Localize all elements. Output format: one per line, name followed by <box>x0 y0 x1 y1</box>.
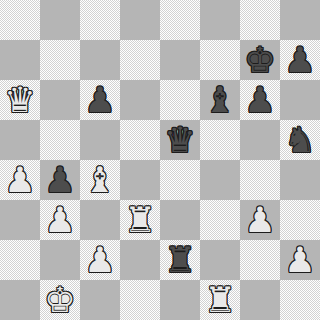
square-c4[interactable]: ♝ <box>80 160 120 200</box>
square-b1[interactable]: ♚ <box>40 280 80 320</box>
square-c2[interactable]: ♟ <box>80 240 120 280</box>
chess-board: ♚♟♛♟♝♟♛♞♟♟♝♟♜♟♟♜♟♚♜ <box>0 0 320 320</box>
square-e5[interactable]: ♛ <box>160 120 200 160</box>
piece-white-pawn[interactable]: ♟ <box>84 240 115 280</box>
square-f6[interactable]: ♝ <box>200 80 240 120</box>
piece-black-pawn[interactable]: ♟ <box>284 40 315 80</box>
square-b5[interactable] <box>40 120 80 160</box>
square-a3[interactable] <box>0 200 40 240</box>
square-d6[interactable] <box>120 80 160 120</box>
piece-white-pawn[interactable]: ♟ <box>4 160 35 200</box>
piece-white-pawn[interactable]: ♟ <box>244 200 275 240</box>
square-a4[interactable]: ♟ <box>0 160 40 200</box>
square-e8[interactable] <box>160 0 200 40</box>
square-c5[interactable] <box>80 120 120 160</box>
square-f1[interactable]: ♜ <box>200 280 240 320</box>
piece-black-bishop[interactable]: ♝ <box>204 80 235 120</box>
piece-black-pawn[interactable]: ♟ <box>44 160 75 200</box>
square-g6[interactable]: ♟ <box>240 80 280 120</box>
square-g1[interactable] <box>240 280 280 320</box>
square-b3[interactable]: ♟ <box>40 200 80 240</box>
piece-black-queen[interactable]: ♛ <box>164 120 195 160</box>
square-a1[interactable] <box>0 280 40 320</box>
square-d5[interactable] <box>120 120 160 160</box>
square-d8[interactable] <box>120 0 160 40</box>
square-f8[interactable] <box>200 0 240 40</box>
square-a7[interactable] <box>0 40 40 80</box>
square-c6[interactable]: ♟ <box>80 80 120 120</box>
piece-white-bishop[interactable]: ♝ <box>84 160 115 200</box>
square-e2[interactable]: ♜ <box>160 240 200 280</box>
square-c7[interactable] <box>80 40 120 80</box>
square-f2[interactable] <box>200 240 240 280</box>
square-f5[interactable] <box>200 120 240 160</box>
piece-white-pawn[interactable]: ♟ <box>284 240 315 280</box>
square-g2[interactable] <box>240 240 280 280</box>
piece-black-king[interactable]: ♚ <box>244 40 275 80</box>
square-g8[interactable] <box>240 0 280 40</box>
square-f7[interactable] <box>200 40 240 80</box>
square-b7[interactable] <box>40 40 80 80</box>
square-b2[interactable] <box>40 240 80 280</box>
square-g3[interactable]: ♟ <box>240 200 280 240</box>
square-h7[interactable]: ♟ <box>280 40 320 80</box>
piece-white-pawn[interactable]: ♟ <box>44 200 75 240</box>
square-g7[interactable]: ♚ <box>240 40 280 80</box>
square-b6[interactable] <box>40 80 80 120</box>
square-h5[interactable]: ♞ <box>280 120 320 160</box>
square-g5[interactable] <box>240 120 280 160</box>
square-e4[interactable] <box>160 160 200 200</box>
square-c3[interactable] <box>80 200 120 240</box>
square-e1[interactable] <box>160 280 200 320</box>
square-b8[interactable] <box>40 0 80 40</box>
square-a2[interactable] <box>0 240 40 280</box>
piece-black-knight[interactable]: ♞ <box>284 120 315 160</box>
piece-white-king[interactable]: ♚ <box>44 280 75 320</box>
square-e3[interactable] <box>160 200 200 240</box>
square-h2[interactable]: ♟ <box>280 240 320 280</box>
square-e7[interactable] <box>160 40 200 80</box>
square-c8[interactable] <box>80 0 120 40</box>
square-d7[interactable] <box>120 40 160 80</box>
square-a6[interactable]: ♛ <box>0 80 40 120</box>
square-h4[interactable] <box>280 160 320 200</box>
piece-white-queen[interactable]: ♛ <box>4 80 35 120</box>
piece-black-pawn[interactable]: ♟ <box>244 80 275 120</box>
piece-black-rook[interactable]: ♜ <box>164 240 195 280</box>
square-g4[interactable] <box>240 160 280 200</box>
square-h8[interactable] <box>280 0 320 40</box>
piece-white-rook[interactable]: ♜ <box>124 200 155 240</box>
square-e6[interactable] <box>160 80 200 120</box>
square-d4[interactable] <box>120 160 160 200</box>
piece-white-rook[interactable]: ♜ <box>204 280 235 320</box>
square-b4[interactable]: ♟ <box>40 160 80 200</box>
piece-black-pawn[interactable]: ♟ <box>84 80 115 120</box>
square-f3[interactable] <box>200 200 240 240</box>
square-c1[interactable] <box>80 280 120 320</box>
square-h1[interactable] <box>280 280 320 320</box>
square-h3[interactable] <box>280 200 320 240</box>
square-d1[interactable] <box>120 280 160 320</box>
square-a8[interactable] <box>0 0 40 40</box>
square-h6[interactable] <box>280 80 320 120</box>
square-d3[interactable]: ♜ <box>120 200 160 240</box>
square-a5[interactable] <box>0 120 40 160</box>
square-f4[interactable] <box>200 160 240 200</box>
square-d2[interactable] <box>120 240 160 280</box>
